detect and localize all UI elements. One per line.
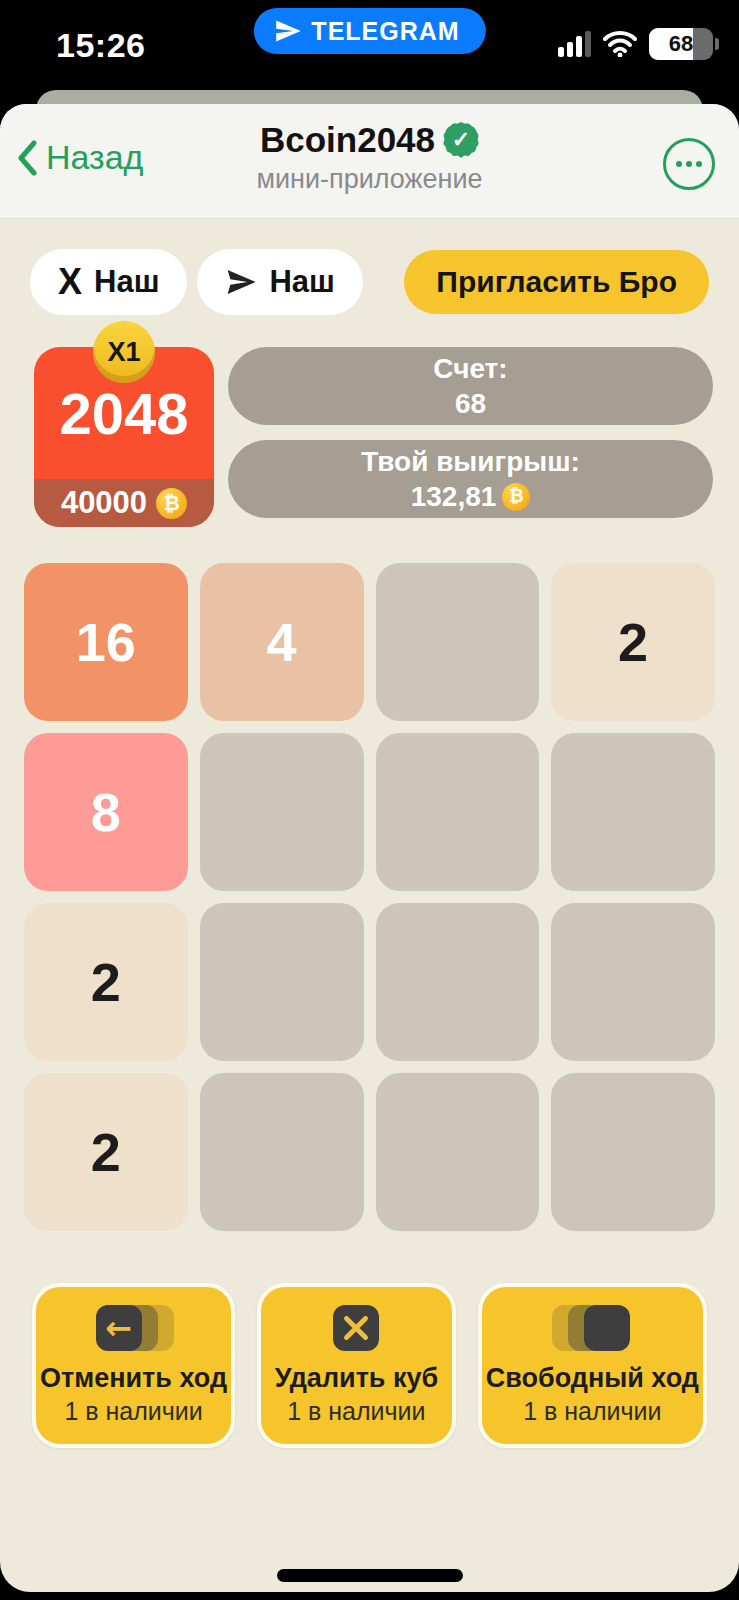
telegram-plane-icon [273,17,301,45]
score-label: Счет: [433,351,507,386]
app-subtitle: мини-приложение [0,164,739,195]
powerup-row: ← Отменить ход 1 в наличии Удалить куб 1… [32,1283,707,1448]
empty-cell-r3c4 [551,903,715,1061]
undo-move-count: 1 в наличии [64,1397,202,1426]
free-move-button[interactable]: Свободный ход 1 в наличии [478,1283,707,1448]
goal-reward-value: 40000 [61,485,147,521]
game-board-2048[interactable]: 1642822 [24,563,715,1231]
goal-tile-card: X1 2048 40000 ₿ [34,347,214,527]
mini-app-header: Назад Bcoin2048 ✓ мини-приложение [0,104,739,219]
empty-cell-r3c3 [376,903,540,1061]
clock: 15:26 [56,26,145,65]
x-social-label: Наш [94,264,159,300]
invite-friend-label: Пригласить Бро [436,265,677,299]
x-logo-icon: X [58,261,82,303]
more-options-button[interactable] [663,138,715,190]
undo-move-label: Отменить ход [40,1363,227,1394]
undo-arrow-icon: ← [84,1303,184,1353]
status-icons: 68 [558,28,719,60]
free-move-label: Свободный ход [486,1363,699,1394]
delete-cube-button[interactable]: Удалить куб 1 в наличии [257,1283,456,1448]
x-social-button[interactable]: X Наш [30,249,187,315]
score-pill: Счет: 68 [228,347,713,425]
empty-cell-r2c2 [200,733,364,891]
battery-icon: 68 [649,28,719,60]
telegram-social-icon [225,266,257,298]
signal-strength-icon [558,31,591,57]
verified-badge-icon: ✓ [443,122,479,158]
app-title: Bcoin2048 [260,120,435,160]
empty-cell-r2c4 [551,733,715,891]
bitcoin-coin-icon: ₿ [502,483,530,511]
tile-8-r2c1: 8 [24,733,188,891]
telegram-social-button[interactable]: Наш [197,249,362,315]
social-row: X Наш Наш Пригласить Бро [0,249,739,315]
tile-2-r3c1: 2 [24,903,188,1061]
multiplier-badge: X1 [93,321,155,383]
delete-cube-label: Удалить куб [275,1363,439,1394]
delete-cube-count: 1 в наличии [287,1397,425,1426]
tile-2-r4c1: 2 [24,1073,188,1231]
winnings-label: Твой выигрыш: [361,444,580,479]
empty-cell-r4c3 [376,1073,540,1231]
telegram-social-label: Наш [269,264,334,300]
wifi-icon [603,31,637,57]
mini-app-card: Назад Bcoin2048 ✓ мини-приложение X Наш … [0,104,739,1592]
bitcoin-coin-icon: ₿ [156,488,187,519]
telegram-status-pill[interactable]: TELEGRAM [253,8,485,54]
empty-cell-r3c2 [200,903,364,1061]
free-move-count: 1 в наличии [523,1397,661,1426]
battery-percent: 68 [649,31,713,57]
winnings-amount: 132,81 [411,479,497,514]
empty-cell-r4c2 [200,1073,364,1231]
undo-move-button[interactable]: ← Отменить ход 1 в наличии [32,1283,235,1448]
empty-cell-r2c3 [376,733,540,891]
winnings-pill: Твой выигрыш: 132,81 ₿ [228,440,713,518]
empty-cell-r4c4 [551,1073,715,1231]
tile-2-r1c4: 2 [551,563,715,721]
stats-column: Счет: 68 Твой выигрыш: 132,81 ₿ [228,347,713,527]
delete-cross-icon [306,1303,406,1353]
empty-cell-r1c3 [376,563,540,721]
invite-friend-button[interactable]: Пригласить Бро [404,250,709,314]
winnings-value: 132,81 ₿ [411,479,531,514]
score-section: X1 2048 40000 ₿ Счет: 68 Твой выигрыш: 1… [0,347,739,527]
tile-16-r1c1: 16 [24,563,188,721]
telegram-pill-label: TELEGRAM [311,17,459,46]
home-indicator[interactable] [277,1569,463,1582]
status-bar: 15:26 TELEGRAM 68 [0,0,739,90]
tile-4-r1c2: 4 [200,563,364,721]
free-move-icon [542,1303,642,1353]
goal-reward-strip: 40000 ₿ [34,479,214,527]
score-value: 68 [455,386,486,421]
header-titles: Bcoin2048 ✓ мини-приложение [0,120,739,195]
